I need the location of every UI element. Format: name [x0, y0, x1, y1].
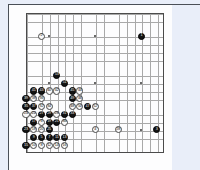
hoshi-point: [48, 82, 50, 84]
white-stone-E9: 42: [53, 87, 60, 94]
white-stone-K7: 52: [92, 103, 99, 110]
white-stone-F5: 30: [61, 119, 68, 126]
black-stone-E5: 21: [53, 119, 60, 126]
white-stone-C16: 2: [38, 33, 45, 40]
black-stone-D5: 19: [46, 119, 53, 126]
white-stone-F2: 16: [61, 142, 68, 149]
black-stone-F10: 51: [61, 80, 68, 87]
white-stone-C5: 6: [38, 119, 45, 126]
black-stone-C3: 5: [38, 134, 45, 141]
black-stone-B5: 17: [30, 119, 37, 126]
white-stone-B4: 18: [30, 126, 37, 133]
go-board[interactable]: 1234567891011121314151617181920212223242…: [22, 9, 168, 157]
white-stone-C7: 32: [38, 103, 45, 110]
white-stone-H7: 50: [76, 103, 83, 110]
black-stone-D6: 29: [46, 111, 53, 118]
white-stone-E6: 26: [53, 111, 60, 118]
hoshi-point: [140, 129, 142, 131]
black-stone-A2: 15: [22, 142, 29, 149]
black-stone-B9: 41: [30, 87, 37, 94]
white-stone-C4: 20: [38, 126, 45, 133]
hoshi-point: [48, 35, 50, 37]
black-stone-F3: 13: [61, 134, 68, 141]
hoshi-point: [94, 82, 96, 84]
white-stone-N4: 28: [115, 126, 122, 133]
white-stone-G7: 48: [69, 103, 76, 110]
black-stone-C6: 27: [38, 111, 45, 118]
go-diagram-window: 1234567891011121314151617181920212223242…: [0, 0, 200, 170]
black-stone-G6: 33: [69, 111, 76, 118]
hoshi-point: [94, 35, 96, 37]
black-stone-J7: 47: [84, 103, 91, 110]
white-stone-B8: 38: [30, 95, 37, 102]
white-stone-D2: 12: [46, 142, 53, 149]
hoshi-point: [140, 82, 142, 84]
white-stone-D7: 34: [46, 103, 53, 110]
black-stone-B3: 9: [30, 134, 37, 141]
black-stone-S4: 3: [153, 126, 160, 133]
black-stone-E3: 11: [53, 134, 60, 141]
white-stone-H8: 46: [76, 95, 83, 102]
white-stone-K4: 4: [92, 126, 99, 133]
white-stone-E2: 14: [53, 142, 60, 149]
white-stone-D9: 40: [46, 87, 53, 94]
black-stone-G9: 45: [69, 87, 76, 94]
black-stone-D4: 25: [46, 126, 53, 133]
white-stone-H9: 44: [76, 87, 83, 94]
white-stone-C2: 8: [38, 142, 45, 149]
black-stone-B7: 37: [30, 103, 37, 110]
black-stone-E11: 53: [53, 72, 60, 79]
black-stone-A4: 23: [22, 126, 29, 133]
black-stone-G8: 49: [69, 95, 76, 102]
black-stone-A7: 35: [22, 103, 29, 110]
white-stone-B6: 22: [30, 111, 37, 118]
black-stone-A8: 39: [22, 95, 29, 102]
black-stone-Q16: 1: [138, 33, 145, 40]
black-stone-D3: 7: [46, 134, 53, 141]
black-stone-F6: 31: [61, 111, 68, 118]
white-stone-B2: 10: [30, 142, 37, 149]
black-stone-C9: 43: [38, 87, 45, 94]
white-stone-C8: 36: [38, 95, 45, 102]
white-stone-A6: 24: [22, 111, 29, 118]
